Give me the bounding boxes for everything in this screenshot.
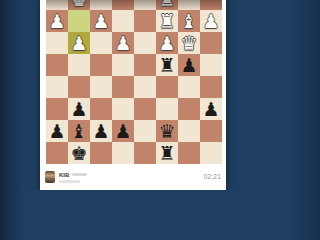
square-h8[interactable] — [46, 142, 68, 164]
black-bishop-g7[interactable]: ♝ — [68, 120, 90, 142]
square-f8[interactable] — [90, 142, 112, 164]
square-g3[interactable]: ♟ — [68, 32, 90, 54]
square-d6[interactable] — [134, 98, 156, 120]
white-pawn-c3[interactable]: ♟ — [156, 32, 178, 54]
square-b7[interactable] — [178, 120, 200, 142]
square-f6[interactable] — [90, 98, 112, 120]
black-pawn-h7[interactable]: ♟ — [46, 120, 68, 142]
white-queen-b3[interactable]: ♛ — [178, 32, 200, 54]
square-a4[interactable] — [200, 54, 222, 76]
square-g8[interactable]: ♚ — [68, 142, 90, 164]
square-a1[interactable] — [200, 0, 222, 10]
square-d5[interactable] — [134, 76, 156, 98]
white-pawn-a2[interactable]: ♟ — [200, 10, 222, 32]
square-c3[interactable]: ♟ — [156, 32, 178, 54]
square-h6[interactable] — [46, 98, 68, 120]
black-pawn-a6[interactable]: ♟ — [200, 98, 222, 120]
square-g6[interactable]: ♟ — [68, 98, 90, 120]
square-a8[interactable] — [200, 142, 222, 164]
square-f7[interactable]: ♟ — [90, 120, 112, 142]
square-h2[interactable]: ♟ — [46, 10, 68, 32]
square-h4[interactable] — [46, 54, 68, 76]
game-card: ♚♜♟♟♜♝♟♟♟♟♛♜♟♟♟♟♝♟♟♛♚♜ KIB 02:21 — [40, 0, 226, 190]
square-f5[interactable] — [90, 76, 112, 98]
square-f4[interactable] — [90, 54, 112, 76]
white-king-g1[interactable]: ♚ — [68, 0, 90, 10]
square-e8[interactable] — [112, 142, 134, 164]
square-g4[interactable] — [68, 54, 90, 76]
square-b1[interactable] — [178, 0, 200, 10]
square-b4[interactable]: ♟ — [178, 54, 200, 76]
square-c4[interactable]: ♜ — [156, 54, 178, 76]
white-pawn-e3[interactable]: ♟ — [112, 32, 134, 54]
black-rook-c4[interactable]: ♜ — [156, 54, 178, 76]
square-b5[interactable] — [178, 76, 200, 98]
square-d2[interactable] — [134, 10, 156, 32]
square-g2[interactable] — [68, 10, 90, 32]
square-e6[interactable] — [112, 98, 134, 120]
white-pawn-f2[interactable]: ♟ — [90, 10, 112, 32]
square-e3[interactable]: ♟ — [112, 32, 134, 54]
app-background: { "game": "chess", "position": { "fen": … — [0, 0, 253, 190]
square-c6[interactable] — [156, 98, 178, 120]
chess-board[interactable]: ♚♜♟♟♜♝♟♟♟♟♛♜♟♟♟♟♝♟♟♛♚♜ — [46, 0, 222, 164]
square-d4[interactable] — [134, 54, 156, 76]
square-h7[interactable]: ♟ — [46, 120, 68, 142]
square-e7[interactable]: ♟ — [112, 120, 134, 142]
white-pawn-g3[interactable]: ♟ — [68, 32, 90, 54]
square-f1[interactable] — [90, 0, 112, 10]
player-name: KIB — [59, 172, 69, 178]
square-c5[interactable] — [156, 76, 178, 98]
player-bar: KIB 02:21 — [40, 164, 226, 190]
square-c1[interactable]: ♜ — [156, 0, 178, 10]
square-f2[interactable]: ♟ — [90, 10, 112, 32]
square-g1[interactable]: ♚ — [68, 0, 90, 10]
white-pawn-h2[interactable]: ♟ — [46, 10, 68, 32]
black-king-g8[interactable]: ♚ — [68, 142, 90, 164]
black-queen-c7[interactable]: ♛ — [156, 120, 178, 142]
square-c2[interactable]: ♜ — [156, 10, 178, 32]
square-a3[interactable] — [200, 32, 222, 54]
white-bishop-b2[interactable]: ♝ — [178, 10, 200, 32]
player-clock: 02:21 — [204, 173, 221, 181]
square-b8[interactable] — [178, 142, 200, 164]
black-pawn-e7[interactable]: ♟ — [112, 120, 134, 142]
player-rating-blur — [72, 173, 87, 176]
square-a5[interactable] — [200, 76, 222, 98]
square-e2[interactable] — [112, 10, 134, 32]
black-pawn-f7[interactable]: ♟ — [90, 120, 112, 142]
square-d8[interactable] — [134, 142, 156, 164]
square-d7[interactable] — [134, 120, 156, 142]
square-g7[interactable]: ♝ — [68, 120, 90, 142]
square-h3[interactable] — [46, 32, 68, 54]
square-e4[interactable] — [112, 54, 134, 76]
white-rook-c2[interactable]: ♜ — [156, 10, 178, 32]
black-rook-c8[interactable]: ♜ — [156, 142, 178, 164]
square-a2[interactable]: ♟ — [200, 10, 222, 32]
square-g5[interactable] — [68, 76, 90, 98]
square-d3[interactable] — [134, 32, 156, 54]
square-c8[interactable]: ♜ — [156, 142, 178, 164]
square-d1[interactable] — [134, 0, 156, 10]
white-rook-c1[interactable]: ♜ — [156, 0, 178, 10]
player-meta-blur — [59, 180, 80, 183]
square-e1[interactable] — [112, 0, 134, 10]
square-h1[interactable] — [46, 0, 68, 10]
square-a7[interactable] — [200, 120, 222, 142]
square-b2[interactable]: ♝ — [178, 10, 200, 32]
player-info: KIB — [59, 172, 87, 183]
square-h5[interactable] — [46, 76, 68, 98]
square-c7[interactable]: ♛ — [156, 120, 178, 142]
square-f3[interactable] — [90, 32, 112, 54]
square-e5[interactable] — [112, 76, 134, 98]
black-pawn-g6[interactable]: ♟ — [68, 98, 90, 120]
square-b3[interactable]: ♛ — [178, 32, 200, 54]
square-a6[interactable]: ♟ — [200, 98, 222, 120]
player-avatar[interactable] — [45, 171, 55, 183]
black-pawn-b4[interactable]: ♟ — [178, 54, 200, 76]
square-b6[interactable] — [178, 98, 200, 120]
